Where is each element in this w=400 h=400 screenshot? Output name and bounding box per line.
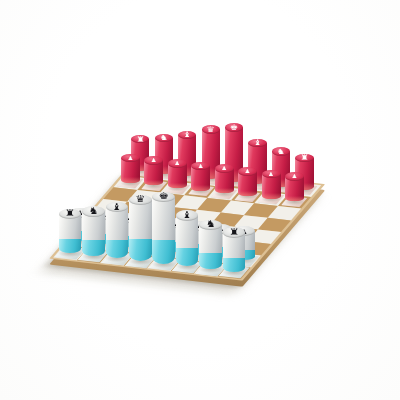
piece-top: ♝: [248, 139, 266, 148]
pawn-glyph-icon: ♟: [151, 158, 157, 163]
knight-glyph-icon: ♞: [88, 207, 98, 216]
piece-red-pawn-f7: ♟: [238, 171, 257, 196]
piece-red-pawn-a7: ♟: [121, 158, 140, 183]
piece-body: [82, 211, 105, 255]
piece-top: ♚: [225, 123, 243, 132]
queen-glyph-icon: ♛: [135, 195, 145, 204]
piece-reflection: [121, 177, 140, 182]
rook-glyph-icon: ♜: [300, 154, 308, 162]
piece-top: ♟: [121, 154, 140, 163]
piece-reflection: [238, 191, 257, 196]
pawn-glyph-icon: ♟: [127, 155, 133, 160]
piece-teal-band: [152, 240, 175, 264]
piece-body: [176, 215, 199, 266]
chess-set-photo: ♜♞♝♛♚♝♞♜♟♟♟♟♟♟♟♟♟♟♟♟♟♟♟♟♜♞♝♛♚♝♞♜: [0, 0, 400, 400]
piece-top: ♜: [295, 154, 313, 163]
piece-red-pawn-g7: ♟: [262, 174, 281, 199]
piece-red-pawn-d7: ♟: [191, 166, 210, 191]
knight-glyph-icon: ♞: [277, 147, 285, 155]
piece-top: ♛: [129, 195, 152, 205]
piece-top: ♞: [272, 147, 290, 156]
piece-top: ♟: [215, 164, 234, 173]
piece-red-pawn-c7: ♟: [168, 163, 187, 188]
piece-teal-band: [176, 248, 199, 266]
piece-white-queen-d1: ♛: [129, 200, 152, 261]
knight-glyph-icon: ♞: [206, 220, 216, 229]
piece-white-knight-g1: ♞: [199, 225, 222, 269]
piece-top: ♛: [202, 125, 220, 134]
piece-top: ♞: [199, 220, 222, 230]
piece-top: ♟: [144, 156, 163, 165]
piece-reflection: [144, 180, 163, 185]
piece-red-pawn-b7: ♟: [144, 161, 163, 186]
bishop-glyph-icon: ♝: [183, 131, 191, 139]
piece-reflection: [285, 196, 304, 201]
piece-teal-band: [82, 240, 105, 256]
piece-body: [152, 197, 175, 264]
knight-glyph-icon: ♞: [160, 134, 168, 142]
pawn-glyph-icon: ♟: [221, 166, 227, 171]
piece-top: ♜: [59, 209, 82, 219]
pawn-glyph-icon: ♟: [245, 169, 251, 174]
piece-white-bishop-f1: ♝: [176, 215, 199, 266]
piece-teal-band: [106, 240, 129, 258]
piece-body: [106, 207, 129, 258]
piece-reflection: [168, 183, 187, 188]
piece-body: [59, 214, 82, 253]
piece-red-pawn-h7: ♟: [285, 177, 304, 202]
piece-top: ♟: [262, 170, 281, 179]
pawn-glyph-icon: ♟: [291, 174, 297, 179]
pawn-glyph-icon: ♟: [198, 163, 204, 168]
bishop-glyph-icon: ♝: [182, 211, 192, 220]
piece-white-king-e1: ♚: [152, 197, 175, 264]
piece-white-rook-a1: ♜: [59, 214, 82, 253]
bishop-glyph-icon: ♝: [253, 139, 261, 147]
piece-white-rook-h1: ♜: [223, 232, 246, 271]
piece-body: [129, 200, 152, 261]
bishop-glyph-icon: ♝: [112, 203, 122, 212]
piece-body: [199, 225, 222, 269]
piece-red-pawn-e7: ♟: [215, 169, 234, 194]
piece-white-bishop-c1: ♝: [106, 207, 129, 258]
piece-top: ♟: [238, 167, 257, 176]
piece-top: ♞: [155, 134, 173, 143]
piece-white-knight-b1: ♞: [82, 211, 105, 255]
king-glyph-icon: ♚: [230, 124, 238, 132]
rook-glyph-icon: ♜: [136, 135, 144, 143]
pawn-glyph-icon: ♟: [268, 171, 274, 176]
piece-teal-band: [59, 239, 82, 253]
piece-teal-band: [223, 258, 246, 272]
piece-reflection: [215, 188, 234, 193]
rook-glyph-icon: ♜: [229, 228, 239, 237]
piece-top: ♟: [168, 159, 187, 168]
rook-glyph-icon: ♜: [65, 209, 75, 218]
piece-teal-band: [129, 239, 152, 261]
queen-glyph-icon: ♛: [207, 126, 215, 134]
piece-top: ♞: [82, 206, 105, 216]
piece-top: ♜: [223, 227, 246, 237]
pawn-glyph-icon: ♟: [174, 161, 180, 166]
piece-teal-band: [199, 253, 222, 269]
piece-top: ♟: [285, 172, 304, 181]
piece-top: ♚: [152, 192, 175, 202]
piece-top: ♝: [176, 210, 199, 220]
piece-reflection: [262, 193, 281, 198]
piece-body: [223, 232, 246, 271]
king-glyph-icon: ♚: [159, 192, 169, 201]
piece-reflection: [191, 185, 210, 190]
